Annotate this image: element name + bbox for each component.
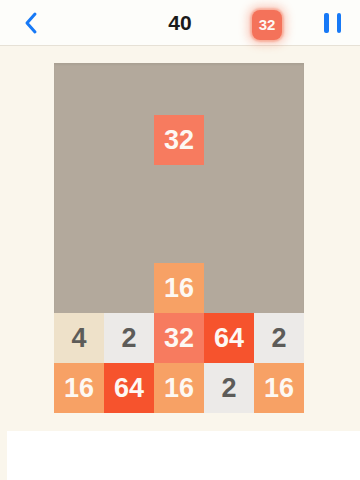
pause-icon [324, 13, 341, 33]
tile-16: 16 [154, 363, 204, 413]
bottom-panel [7, 431, 360, 480]
tile-4: 4 [54, 313, 104, 363]
tile-16: 16 [154, 263, 204, 313]
tile-16: 16 [254, 363, 304, 413]
next-tile-badge: 32 [252, 10, 282, 40]
tile-64: 64 [104, 363, 154, 413]
score: 40 [0, 0, 360, 45]
tile-16: 16 [54, 363, 104, 413]
pause-button[interactable] [324, 13, 341, 33]
header: 40 32 [0, 0, 360, 46]
tile-2: 2 [204, 363, 254, 413]
tile-2: 2 [104, 313, 154, 363]
game-board[interactable]: 16423264216641621632 [54, 63, 304, 413]
tile-32: 32 [154, 313, 204, 363]
tile-2: 2 [254, 313, 304, 363]
tile-64: 64 [204, 313, 254, 363]
falling-tile[interactable]: 32 [154, 115, 204, 165]
